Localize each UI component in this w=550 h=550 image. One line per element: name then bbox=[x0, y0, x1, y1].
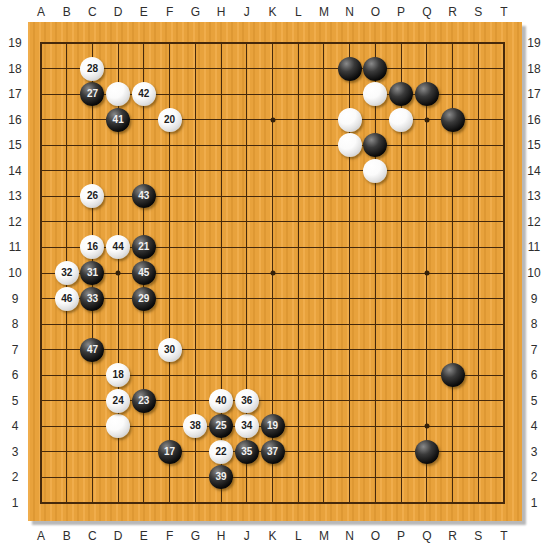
row-label-right: 10 bbox=[527, 266, 540, 280]
stone-black-E13[interactable]: 43 bbox=[132, 184, 156, 208]
move-number: 20 bbox=[164, 115, 175, 125]
star-point bbox=[424, 117, 429, 122]
column-label-bottom: H bbox=[217, 529, 226, 543]
row-label-right: 12 bbox=[527, 215, 540, 229]
move-number: 24 bbox=[113, 396, 124, 406]
row-label-left: 3 bbox=[12, 445, 19, 459]
row-label-left: 19 bbox=[8, 36, 21, 50]
column-label-bottom: O bbox=[371, 529, 380, 543]
stone-white-E17[interactable]: 42 bbox=[132, 82, 156, 106]
stone-black-F3[interactable]: 17 bbox=[158, 440, 182, 464]
column-label-bottom: F bbox=[166, 529, 173, 543]
move-number: 43 bbox=[138, 191, 149, 201]
row-label-left: 11 bbox=[9, 240, 21, 254]
move-number: 37 bbox=[267, 447, 278, 457]
row-label-right: 11 bbox=[528, 240, 540, 254]
column-label-top: S bbox=[474, 5, 482, 19]
stone-white-G4[interactable]: 38 bbox=[183, 414, 207, 438]
stone-black-K4[interactable]: 19 bbox=[261, 414, 285, 438]
column-label-bottom: M bbox=[319, 529, 329, 543]
column-label-bottom: S bbox=[474, 529, 482, 543]
stone-white-D6[interactable]: 18 bbox=[106, 363, 130, 387]
star-point bbox=[116, 271, 121, 276]
stone-white-C11[interactable]: 16 bbox=[80, 235, 104, 259]
grid-line-vertical bbox=[298, 42, 299, 504]
stone-black-C17[interactable]: 27 bbox=[80, 82, 104, 106]
stone-white-N15[interactable] bbox=[338, 133, 362, 157]
move-number: 31 bbox=[87, 268, 98, 278]
row-label-left: 9 bbox=[12, 292, 19, 306]
move-number: 46 bbox=[61, 294, 72, 304]
column-label-top: T bbox=[500, 5, 507, 19]
grid-line-vertical bbox=[503, 42, 505, 504]
grid-line-horizontal bbox=[40, 477, 505, 478]
column-label-top: G bbox=[191, 5, 200, 19]
row-label-right: 18 bbox=[527, 62, 540, 76]
move-number: 29 bbox=[138, 294, 149, 304]
stone-black-K3[interactable]: 37 bbox=[261, 440, 285, 464]
stone-black-O18[interactable] bbox=[363, 57, 387, 81]
move-number: 47 bbox=[87, 345, 98, 355]
column-label-top: L bbox=[295, 5, 302, 19]
column-label-top: P bbox=[397, 5, 405, 19]
row-label-left: 4 bbox=[12, 419, 19, 433]
move-number: 18 bbox=[113, 370, 124, 380]
move-number: 23 bbox=[138, 396, 149, 406]
column-label-top: D bbox=[114, 5, 123, 19]
move-number: 26 bbox=[87, 191, 98, 201]
column-label-top: B bbox=[63, 5, 71, 19]
column-label-top: F bbox=[166, 5, 173, 19]
star-point bbox=[270, 271, 275, 276]
move-number: 35 bbox=[241, 447, 252, 457]
row-label-right: 1 bbox=[531, 496, 538, 510]
stone-white-O17[interactable] bbox=[363, 82, 387, 106]
column-label-bottom: E bbox=[140, 529, 148, 543]
stone-black-O15[interactable] bbox=[363, 133, 387, 157]
stone-white-F16[interactable]: 20 bbox=[158, 108, 182, 132]
column-label-bottom: B bbox=[63, 529, 71, 543]
row-label-left: 8 bbox=[12, 317, 19, 331]
column-label-top: J bbox=[244, 5, 250, 19]
stone-black-R6[interactable] bbox=[441, 363, 465, 387]
stone-white-D17[interactable] bbox=[106, 82, 130, 106]
row-label-right: 16 bbox=[527, 113, 540, 127]
row-label-left: 5 bbox=[12, 394, 19, 408]
column-label-top: Q bbox=[422, 5, 431, 19]
go-game-diagram: AABBCCDDEEFFGGHHJJKKLLMMNNOOPPQQRRSSTT19… bbox=[0, 0, 550, 550]
star-point bbox=[424, 271, 429, 276]
column-label-bottom: K bbox=[268, 529, 276, 543]
row-label-left: 2 bbox=[12, 470, 19, 484]
stone-black-E5[interactable]: 23 bbox=[132, 389, 156, 413]
move-number: 40 bbox=[215, 396, 226, 406]
row-label-left: 16 bbox=[8, 113, 21, 127]
column-label-top: C bbox=[88, 5, 97, 19]
column-label-top: K bbox=[268, 5, 276, 19]
stone-black-C10[interactable]: 31 bbox=[80, 261, 104, 285]
move-number: 17 bbox=[164, 447, 175, 457]
row-label-right: 3 bbox=[531, 445, 538, 459]
stone-white-C13[interactable]: 26 bbox=[80, 184, 104, 208]
row-label-right: 6 bbox=[531, 368, 538, 382]
move-number: 39 bbox=[215, 472, 226, 482]
row-label-right: 2 bbox=[531, 470, 538, 484]
move-number: 25 bbox=[215, 421, 226, 431]
stone-white-D5[interactable]: 24 bbox=[106, 389, 130, 413]
go-board[interactable]: 1617181920212223242526272829303132333435… bbox=[28, 22, 522, 521]
stone-black-C9[interactable]: 33 bbox=[80, 287, 104, 311]
column-label-top: M bbox=[319, 5, 329, 19]
move-number: 30 bbox=[164, 345, 175, 355]
column-label-bottom: D bbox=[114, 529, 123, 543]
stone-black-J3[interactable]: 35 bbox=[235, 440, 259, 464]
column-label-top: O bbox=[371, 5, 380, 19]
column-label-bottom: A bbox=[37, 529, 45, 543]
grid-line-horizontal bbox=[40, 298, 505, 299]
row-label-left: 13 bbox=[8, 189, 21, 203]
stone-black-E11[interactable]: 21 bbox=[132, 235, 156, 259]
move-number: 16 bbox=[87, 242, 98, 252]
stone-white-H3[interactable]: 22 bbox=[209, 440, 233, 464]
move-number: 33 bbox=[87, 294, 98, 304]
move-number: 28 bbox=[87, 64, 98, 74]
grid-line-vertical bbox=[478, 42, 479, 504]
column-label-top: N bbox=[345, 5, 354, 19]
row-label-left: 10 bbox=[8, 266, 21, 280]
stone-white-F7[interactable]: 30 bbox=[158, 338, 182, 362]
row-label-left: 15 bbox=[8, 138, 21, 152]
row-label-right: 19 bbox=[527, 36, 540, 50]
grid-line-horizontal bbox=[40, 349, 505, 350]
move-number: 38 bbox=[190, 421, 201, 431]
stone-white-D4[interactable] bbox=[106, 414, 130, 438]
move-number: 34 bbox=[241, 421, 252, 431]
stone-white-D11[interactable]: 44 bbox=[106, 235, 130, 259]
row-label-left: 6 bbox=[12, 368, 19, 382]
row-label-left: 14 bbox=[8, 164, 21, 178]
row-label-right: 9 bbox=[531, 292, 538, 306]
stone-white-H5[interactable]: 40 bbox=[209, 389, 233, 413]
move-number: 44 bbox=[113, 242, 124, 252]
row-label-left: 1 bbox=[12, 496, 19, 510]
stone-black-H4[interactable]: 25 bbox=[209, 414, 233, 438]
stone-black-D16[interactable]: 41 bbox=[106, 108, 130, 132]
stone-white-J5[interactable]: 36 bbox=[235, 389, 259, 413]
move-number: 27 bbox=[87, 89, 98, 99]
column-label-top: A bbox=[37, 5, 45, 19]
row-label-right: 7 bbox=[531, 343, 538, 357]
move-number: 22 bbox=[215, 447, 226, 457]
grid-line-horizontal bbox=[40, 502, 505, 504]
move-number: 32 bbox=[61, 268, 72, 278]
row-label-left: 12 bbox=[8, 215, 21, 229]
stone-black-E10[interactable]: 45 bbox=[132, 261, 156, 285]
move-number: 41 bbox=[113, 115, 124, 125]
column-label-top: R bbox=[448, 5, 457, 19]
grid-line-vertical bbox=[375, 42, 376, 504]
column-label-bottom: R bbox=[448, 529, 457, 543]
column-label-bottom: G bbox=[191, 529, 200, 543]
stone-black-Q3[interactable] bbox=[415, 440, 439, 464]
column-label-bottom: J bbox=[244, 529, 250, 543]
stone-black-R16[interactable] bbox=[441, 108, 465, 132]
move-number: 42 bbox=[138, 89, 149, 99]
column-label-bottom: P bbox=[397, 529, 405, 543]
stone-black-N18[interactable] bbox=[338, 57, 362, 81]
move-number: 45 bbox=[138, 268, 149, 278]
row-label-right: 15 bbox=[527, 138, 540, 152]
grid-line-horizontal bbox=[40, 324, 505, 325]
row-label-left: 18 bbox=[8, 62, 21, 76]
column-label-bottom: T bbox=[500, 529, 507, 543]
stone-black-H2[interactable]: 39 bbox=[209, 465, 233, 489]
grid-line-vertical bbox=[323, 42, 324, 504]
stone-black-E9[interactable]: 29 bbox=[132, 287, 156, 311]
stone-black-Q17[interactable] bbox=[415, 82, 439, 106]
stone-white-O14[interactable] bbox=[363, 159, 387, 183]
column-label-top: E bbox=[140, 5, 148, 19]
star-point bbox=[270, 117, 275, 122]
column-label-bottom: Q bbox=[422, 529, 431, 543]
star-point bbox=[424, 424, 429, 429]
row-label-right: 17 bbox=[527, 87, 540, 101]
stone-white-B9[interactable]: 46 bbox=[55, 287, 79, 311]
row-label-right: 13 bbox=[527, 189, 540, 203]
column-label-bottom: L bbox=[295, 529, 302, 543]
column-label-bottom: C bbox=[88, 529, 97, 543]
stone-black-C7[interactable]: 47 bbox=[80, 338, 104, 362]
row-label-right: 5 bbox=[531, 394, 538, 408]
move-number: 36 bbox=[241, 396, 252, 406]
stone-black-P17[interactable] bbox=[389, 82, 413, 106]
row-label-left: 17 bbox=[8, 87, 21, 101]
move-number: 19 bbox=[267, 421, 278, 431]
row-label-right: 8 bbox=[531, 317, 538, 331]
column-label-bottom: N bbox=[345, 529, 354, 543]
column-label-top: H bbox=[217, 5, 226, 19]
row-label-left: 7 bbox=[12, 343, 19, 357]
move-number: 21 bbox=[138, 242, 149, 252]
row-label-right: 4 bbox=[531, 419, 538, 433]
stone-white-C18[interactable]: 28 bbox=[80, 57, 104, 81]
stone-white-B10[interactable]: 32 bbox=[55, 261, 79, 285]
stone-white-N16[interactable] bbox=[338, 108, 362, 132]
stone-white-P16[interactable] bbox=[389, 108, 413, 132]
stone-white-J4[interactable]: 34 bbox=[235, 414, 259, 438]
row-label-right: 14 bbox=[527, 164, 540, 178]
grid-lines: 1617181920212223242526272829303132333435… bbox=[41, 43, 504, 503]
